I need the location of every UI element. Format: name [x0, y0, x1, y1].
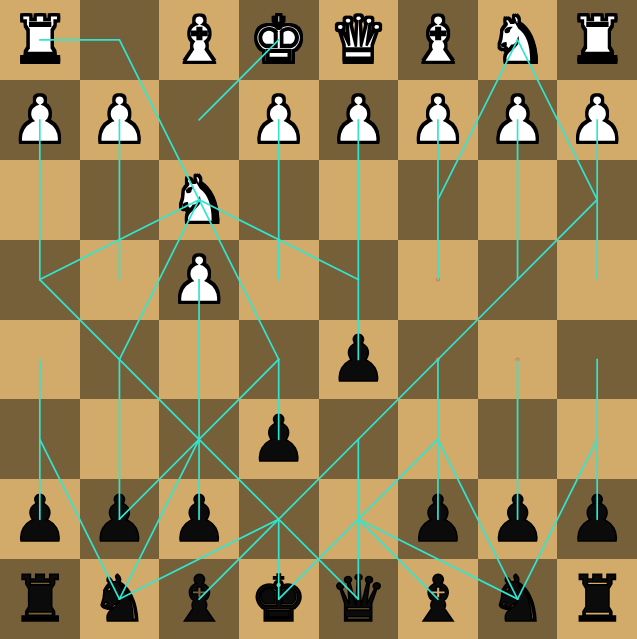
- square-e7[interactable]: [239, 479, 319, 559]
- piece-black-pawn-d5[interactable]: ♟: [319, 320, 399, 400]
- square-g3[interactable]: [80, 160, 160, 240]
- square-g1[interactable]: [80, 0, 160, 80]
- square-a3[interactable]: [557, 160, 637, 240]
- square-g4[interactable]: [80, 240, 160, 320]
- piece-black-pawn-a7[interactable]: ♟: [557, 479, 637, 559]
- piece-black-pawn-e6[interactable]: ♟: [239, 399, 319, 479]
- piece-white-queen-d1[interactable]: ♛: [319, 0, 399, 80]
- piece-black-pawn-b7[interactable]: ♟: [478, 479, 558, 559]
- piece-black-bishop-f8[interactable]: ♝: [159, 559, 239, 639]
- piece-white-rook-h1[interactable]: ♜: [0, 0, 80, 80]
- piece-white-knight-f3[interactable]: ♞: [159, 160, 239, 240]
- piece-white-bishop-f1[interactable]: ♝: [159, 0, 239, 80]
- piece-white-pawn-b2[interactable]: ♟: [478, 80, 558, 160]
- square-g6[interactable]: [80, 399, 160, 479]
- piece-white-pawn-c2[interactable]: ♟: [398, 80, 478, 160]
- square-c3[interactable]: [398, 160, 478, 240]
- piece-black-knight-b8[interactable]: ♞: [478, 559, 558, 639]
- square-e4[interactable]: [239, 240, 319, 320]
- square-h5[interactable]: [0, 320, 80, 400]
- square-b3[interactable]: [478, 160, 558, 240]
- piece-white-pawn-a2[interactable]: ♟: [557, 80, 637, 160]
- piece-white-pawn-g2[interactable]: ♟: [80, 80, 160, 160]
- square-c6[interactable]: [398, 399, 478, 479]
- piece-white-pawn-f4[interactable]: ♟: [159, 240, 239, 320]
- piece-black-pawn-c7[interactable]: ♟: [398, 479, 478, 559]
- square-e5[interactable]: [239, 320, 319, 400]
- square-e3[interactable]: [239, 160, 319, 240]
- square-h4[interactable]: [0, 240, 80, 320]
- piece-white-knight-b1[interactable]: ♞: [478, 0, 558, 80]
- square-b5[interactable]: [478, 320, 558, 400]
- square-a5[interactable]: [557, 320, 637, 400]
- square-a4[interactable]: [557, 240, 637, 320]
- square-h6[interactable]: [0, 399, 80, 479]
- piece-black-pawn-h7[interactable]: ♟: [0, 479, 80, 559]
- piece-black-king-e8[interactable]: ♚: [239, 559, 319, 639]
- piece-black-queen-d8[interactable]: ♛: [319, 559, 399, 639]
- piece-black-knight-g8[interactable]: ♞: [80, 559, 160, 639]
- piece-white-king-e1[interactable]: ♚: [239, 0, 319, 80]
- piece-black-pawn-f7[interactable]: ♟: [159, 479, 239, 559]
- square-c5[interactable]: [398, 320, 478, 400]
- square-d4[interactable]: [319, 240, 399, 320]
- piece-black-rook-h8[interactable]: ♜: [0, 559, 80, 639]
- piece-white-bishop-c1[interactable]: ♝: [398, 0, 478, 80]
- square-a6[interactable]: [557, 399, 637, 479]
- piece-white-pawn-h2[interactable]: ♟: [0, 80, 80, 160]
- square-f6[interactable]: [159, 399, 239, 479]
- piece-white-pawn-e2[interactable]: ♟: [239, 80, 319, 160]
- square-f2[interactable]: [159, 80, 239, 160]
- piece-black-pawn-g7[interactable]: ♟: [80, 479, 160, 559]
- piece-black-rook-a8[interactable]: ♜: [557, 559, 637, 639]
- square-g5[interactable]: [80, 320, 160, 400]
- piece-white-rook-a1[interactable]: ♜: [557, 0, 637, 80]
- square-d6[interactable]: [319, 399, 399, 479]
- square-b6[interactable]: [478, 399, 558, 479]
- chess-board-screenshot: ♜♝♚♛♝♞♜♟♟♟♟♟♟♟♞♟♟♟♟♟♟♟♟♟♜♞♝♚♛♝♞♜: [0, 0, 637, 639]
- piece-white-pawn-d2[interactable]: ♟: [319, 80, 399, 160]
- square-h3[interactable]: [0, 160, 80, 240]
- piece-black-bishop-c8[interactable]: ♝: [398, 559, 478, 639]
- square-d3[interactable]: [319, 160, 399, 240]
- square-b4[interactable]: [478, 240, 558, 320]
- square-d7[interactable]: [319, 479, 399, 559]
- square-f5[interactable]: [159, 320, 239, 400]
- square-c4[interactable]: [398, 240, 478, 320]
